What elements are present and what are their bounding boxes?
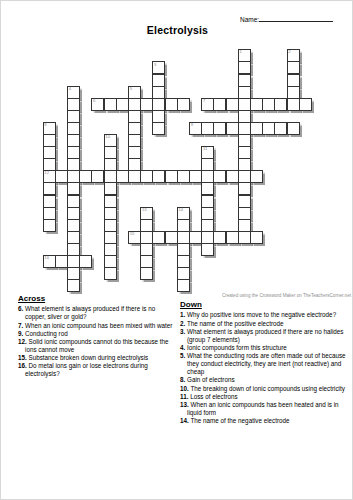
clue-number: 8	[44, 123, 46, 128]
clue-number-label: 4.	[180, 344, 187, 351]
down-clue-8: 8. Gain of electrons	[180, 376, 352, 384]
down-clues-section: Down 1. Why do positive ions move to the…	[180, 300, 352, 426]
down-clue-3: 3. What element is always produced if th…	[180, 328, 352, 344]
clue-number: 3	[154, 63, 156, 68]
grid-cell[interactable]	[128, 170, 141, 183]
clue-number-label: 6.	[18, 305, 25, 312]
clue-number: 14	[178, 208, 183, 213]
grid-cell[interactable]	[287, 122, 300, 135]
grid-cell[interactable]	[91, 170, 104, 183]
grid-cell[interactable]	[43, 219, 56, 232]
grid-cell[interactable]	[55, 255, 68, 268]
clue-number: 1	[239, 50, 241, 55]
grid-cell[interactable]	[213, 231, 226, 244]
clue-number: 13	[142, 208, 147, 213]
grid-cell[interactable]	[177, 279, 190, 292]
worksheet-page: { "page": { "title": "Electrolysis", "na…	[0, 0, 353, 500]
grid-cell[interactable]	[104, 267, 117, 280]
grid-cell[interactable]	[79, 255, 92, 268]
across-clue-9: 9. Conducting rod	[18, 330, 177, 338]
grid-cell[interactable]	[201, 243, 214, 256]
down-clue-1: 1. Why do positive ions move to the nega…	[180, 311, 352, 319]
grid-cell[interactable]: 6	[91, 98, 104, 111]
grid-cell[interactable]	[177, 98, 190, 111]
across-clue-15: 15. Substance broken down during electro…	[18, 354, 177, 362]
grid-cell[interactable]	[250, 231, 263, 244]
grid-cell[interactable]	[201, 122, 214, 135]
grid-cell[interactable]	[213, 98, 226, 111]
clue-number-label: 2.	[180, 320, 187, 327]
across-clue-7: 7. When an ionic compound has been mixed…	[18, 322, 177, 330]
clue-number-label: 15.	[18, 354, 29, 361]
grid-cell[interactable]: 15	[128, 231, 141, 244]
clue-number-label: 12.	[18, 338, 29, 345]
grid-cell[interactable]	[79, 170, 92, 183]
clue-number-label: 1.	[180, 311, 187, 318]
clue-number: 15	[130, 232, 135, 237]
down-clue-4: 4. Ionic compounds form this structure	[180, 344, 352, 352]
grid-cell[interactable]	[177, 170, 190, 183]
grid-cell[interactable]	[299, 98, 312, 111]
grid-cell[interactable]	[140, 170, 153, 183]
across-clues-section: Across 6. What element is always produce…	[18, 294, 177, 379]
grid-cell[interactable]	[250, 170, 263, 183]
grid-cell[interactable]	[213, 170, 226, 183]
across-heading: Across	[18, 294, 177, 304]
grid-cell[interactable]	[189, 231, 202, 244]
grid-cell[interactable]	[274, 122, 287, 135]
grid-cell[interactable]	[152, 122, 165, 135]
grid-cell[interactable]	[189, 170, 202, 183]
clue-number-label: 10.	[180, 385, 191, 392]
clue-number: 4	[69, 87, 71, 92]
clue-number: 9	[191, 123, 193, 128]
grid-cell[interactable]	[238, 231, 251, 244]
clue-number: 6	[93, 99, 95, 104]
clue-number: 11	[203, 147, 207, 152]
across-clue-6: 6. What element is always produced if th…	[18, 305, 177, 321]
clue-number: 7	[203, 99, 205, 104]
clue-number-label: 3.	[180, 328, 187, 335]
grid-cell[interactable]	[262, 98, 275, 111]
grid-cell[interactable]	[262, 122, 275, 135]
down-clue-list: 1. Why do positive ions move to the nega…	[180, 311, 352, 425]
grid-cell[interactable]: 7	[201, 98, 214, 111]
clue-number-label: 11.	[180, 393, 190, 400]
grid-cell[interactable]	[67, 279, 80, 292]
across-clue-16: 16. Do metal ions gain or lose electrons…	[18, 362, 177, 378]
down-clue-13: 13. When an ionic compounds has been hea…	[180, 401, 352, 417]
clue-number-label: 5.	[180, 352, 187, 359]
grid-cell[interactable]	[116, 170, 129, 183]
down-clue-5: 5. What the conducting rods are often ma…	[180, 352, 352, 375]
crossword-grid: 12345678910111213141516	[1, 1, 353, 301]
grid-cell[interactable]	[152, 231, 165, 244]
clue-number-label: 7.	[18, 322, 25, 329]
grid-cell[interactable]	[140, 267, 153, 280]
clue-number-label: 13.	[180, 401, 191, 408]
clue-number-label: 9.	[18, 330, 25, 337]
grid-cell[interactable]	[250, 98, 263, 111]
grid-cell[interactable]	[116, 98, 129, 111]
down-clue-10: 10. The breaking down of ionic compounds…	[180, 385, 352, 393]
clue-number-label: 14.	[180, 417, 191, 424]
down-clue-14: 14. The name of the negative electrode	[180, 417, 352, 425]
grid-cell[interactable]	[55, 170, 68, 183]
grid-cell[interactable]	[274, 98, 287, 111]
down-clue-2: 2. The name of the positive electrode	[180, 320, 352, 328]
clue-number: 10	[105, 135, 110, 140]
down-clue-11: 11. Loss of electrons	[180, 393, 352, 401]
clue-number: 2	[288, 50, 290, 55]
grid-cell[interactable]: 9	[189, 122, 202, 135]
grid-cell[interactable]	[250, 122, 263, 135]
down-heading: Down	[180, 300, 352, 310]
clue-number: 16	[44, 256, 49, 261]
across-clue-12: 12. Solid ionic compounds cannot do this…	[18, 338, 177, 354]
clue-number-label: 8.	[180, 376, 187, 383]
grid-cell[interactable]	[213, 122, 226, 135]
clue-number: 5	[130, 87, 132, 92]
clue-number-label: 16.	[18, 362, 29, 369]
grid-cell[interactable]	[140, 98, 153, 111]
across-clue-list: 6. What element is always produced if th…	[18, 305, 177, 378]
grid-cell[interactable]	[152, 170, 165, 183]
clue-number: 12	[44, 171, 49, 176]
